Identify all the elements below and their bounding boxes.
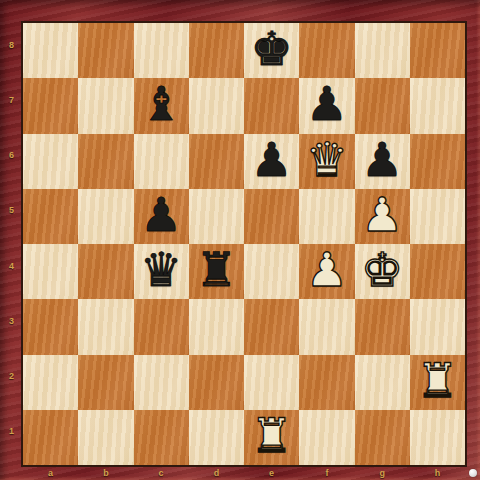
piece-black-queen-c4[interactable]: ♛ (140, 246, 182, 293)
square-a5[interactable] (23, 189, 78, 244)
square-b8[interactable] (78, 23, 133, 78)
square-f7[interactable]: ♟ (299, 78, 354, 133)
square-e1[interactable]: ♜ (244, 410, 299, 465)
square-b5[interactable] (78, 189, 133, 244)
square-g5[interactable]: ♟ (355, 189, 410, 244)
piece-black-pawn-c5[interactable]: ♟ (140, 191, 182, 238)
square-e5[interactable] (244, 189, 299, 244)
square-g4[interactable]: ♚ (355, 244, 410, 299)
square-g2[interactable] (355, 355, 410, 410)
file-label-g: g (355, 465, 410, 480)
square-h5[interactable] (410, 189, 465, 244)
piece-white-king-g4[interactable]: ♚ (361, 246, 403, 293)
square-f8[interactable] (299, 23, 354, 78)
piece-white-queen-f6[interactable]: ♛ (306, 136, 348, 183)
rank-label-1: 1 (0, 404, 23, 459)
file-label-b: b (78, 465, 133, 480)
square-c3[interactable] (134, 299, 189, 354)
square-g1[interactable] (355, 410, 410, 465)
square-f5[interactable] (299, 189, 354, 244)
piece-black-king-e8[interactable]: ♚ (251, 25, 293, 72)
rank-label-3: 3 (0, 293, 23, 348)
square-h4[interactable] (410, 244, 465, 299)
square-a6[interactable] (23, 134, 78, 189)
file-label-f: f (299, 465, 354, 480)
piece-black-bishop-c7[interactable]: ♝ (140, 80, 182, 127)
square-d5[interactable] (189, 189, 244, 244)
square-d6[interactable] (189, 134, 244, 189)
rank-label-8: 8 (0, 17, 23, 72)
square-c8[interactable] (134, 23, 189, 78)
square-h1[interactable] (410, 410, 465, 465)
square-d7[interactable] (189, 78, 244, 133)
file-label-h: h (410, 465, 465, 480)
file-label-e: e (244, 465, 299, 480)
square-e7[interactable] (244, 78, 299, 133)
file-labels: abcdefgh (23, 465, 465, 480)
square-e6[interactable]: ♟ (244, 134, 299, 189)
square-g3[interactable] (355, 299, 410, 354)
rank-label-2: 2 (0, 349, 23, 404)
square-f2[interactable] (299, 355, 354, 410)
square-a3[interactable] (23, 299, 78, 354)
square-a4[interactable] (23, 244, 78, 299)
square-d4[interactable]: ♜ (189, 244, 244, 299)
square-b7[interactable] (78, 78, 133, 133)
rank-label-4: 4 (0, 238, 23, 293)
rank-label-7: 7 (0, 72, 23, 127)
square-a1[interactable] (23, 410, 78, 465)
file-label-c: c (134, 465, 189, 480)
rank-labels: 87654321 (0, 23, 23, 465)
piece-black-pawn-f7[interactable]: ♟ (306, 80, 348, 127)
square-b2[interactable] (78, 355, 133, 410)
piece-white-rook-e1[interactable]: ♜ (251, 412, 293, 459)
file-label-a: a (23, 465, 78, 480)
square-e3[interactable] (244, 299, 299, 354)
square-h6[interactable] (410, 134, 465, 189)
square-f6[interactable]: ♛ (299, 134, 354, 189)
piece-white-pawn-g5[interactable]: ♟ (361, 191, 403, 238)
square-e8[interactable]: ♚ (244, 23, 299, 78)
board: ♚♝♟♟♛♟♟♟♛♜♟♚♜♜ (23, 23, 465, 465)
square-f4[interactable]: ♟ (299, 244, 354, 299)
chess-board-frame: 87654321 ♚♝♟♟♛♟♟♟♛♜♟♚♜♜ abcdefgh (0, 0, 480, 480)
square-c2[interactable] (134, 355, 189, 410)
square-f1[interactable] (299, 410, 354, 465)
square-c6[interactable] (134, 134, 189, 189)
rank-label-6: 6 (0, 128, 23, 183)
square-d3[interactable] (189, 299, 244, 354)
square-b1[interactable] (78, 410, 133, 465)
rank-label-5: 5 (0, 183, 23, 238)
square-a8[interactable] (23, 23, 78, 78)
square-e4[interactable] (244, 244, 299, 299)
piece-white-pawn-f4[interactable]: ♟ (306, 246, 348, 293)
piece-black-pawn-e6[interactable]: ♟ (251, 136, 293, 183)
piece-white-rook-h2[interactable]: ♜ (416, 357, 458, 404)
square-c1[interactable] (134, 410, 189, 465)
square-d1[interactable] (189, 410, 244, 465)
square-g7[interactable] (355, 78, 410, 133)
square-c5[interactable]: ♟ (134, 189, 189, 244)
file-label-d: d (189, 465, 244, 480)
square-a7[interactable] (23, 78, 78, 133)
square-b6[interactable] (78, 134, 133, 189)
square-d2[interactable] (189, 355, 244, 410)
square-h2[interactable]: ♜ (410, 355, 465, 410)
square-h8[interactable] (410, 23, 465, 78)
square-d8[interactable] (189, 23, 244, 78)
square-h3[interactable] (410, 299, 465, 354)
square-e2[interactable] (244, 355, 299, 410)
piece-black-rook-d4[interactable]: ♜ (195, 246, 237, 293)
square-c4[interactable]: ♛ (134, 244, 189, 299)
square-f3[interactable] (299, 299, 354, 354)
square-c7[interactable]: ♝ (134, 78, 189, 133)
piece-black-pawn-g6[interactable]: ♟ (361, 136, 403, 183)
square-h7[interactable] (410, 78, 465, 133)
square-b4[interactable] (78, 244, 133, 299)
square-g6[interactable]: ♟ (355, 134, 410, 189)
square-g8[interactable] (355, 23, 410, 78)
square-a2[interactable] (23, 355, 78, 410)
square-b3[interactable] (78, 299, 133, 354)
white-to-move-indicator (469, 469, 477, 477)
